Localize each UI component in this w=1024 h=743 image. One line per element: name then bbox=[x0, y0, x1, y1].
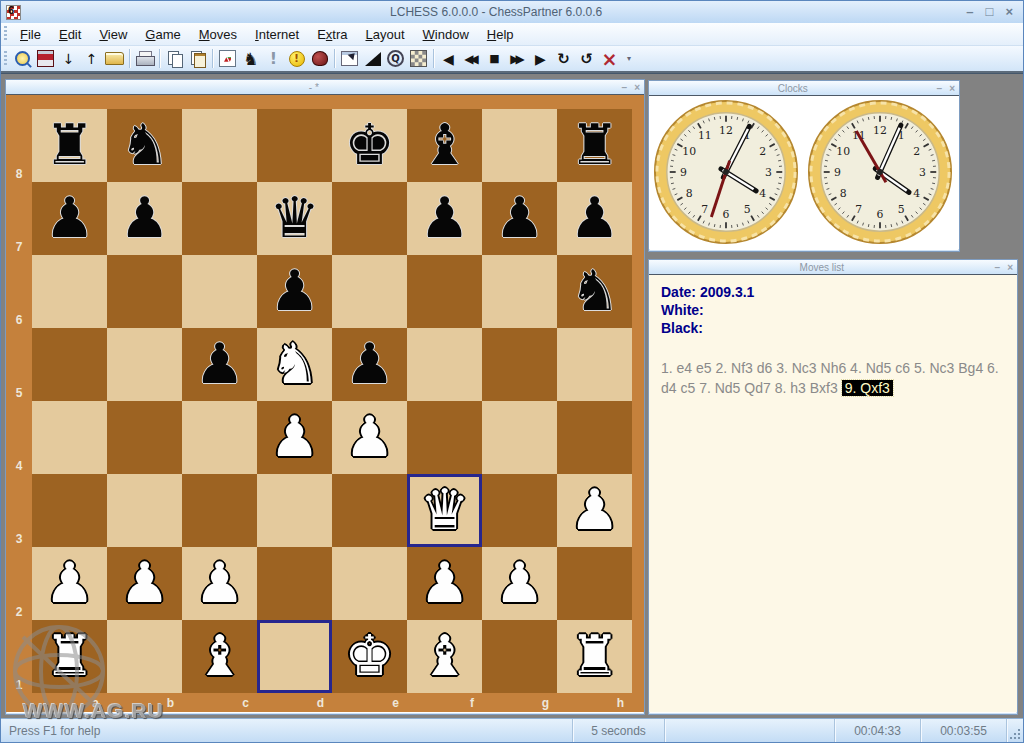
square-f6[interactable] bbox=[407, 255, 482, 328]
square-g1[interactable] bbox=[482, 620, 557, 693]
square-a6[interactable] bbox=[32, 255, 107, 328]
file-label-c: c bbox=[182, 693, 257, 712]
square-b5[interactable] bbox=[107, 328, 182, 401]
svg-text:5: 5 bbox=[898, 203, 905, 216]
clock-black: 123456789101112 bbox=[806, 98, 954, 246]
black-king[interactable]: ♚ bbox=[332, 109, 407, 180]
white-pawn[interactable]: ♟ bbox=[257, 401, 332, 472]
black-queen[interactable]: ♛ bbox=[257, 182, 332, 253]
rank-label-4: 4 bbox=[6, 401, 32, 474]
square-h5[interactable] bbox=[557, 328, 632, 401]
square-f2[interactable]: ♟ bbox=[407, 547, 482, 620]
clocks-title: Clocks bbox=[649, 83, 937, 94]
square-a3[interactable] bbox=[32, 474, 107, 547]
moves-list-body: Date: 2009.3.1 White: Black: 1. e4 e5 2.… bbox=[649, 275, 1017, 712]
board-pattern-icon[interactable] bbox=[407, 47, 430, 70]
clocks-window: Clocks – × 12345678910111212345678910111… bbox=[648, 80, 960, 252]
analog-clocks: 123456789101112123456789101112 bbox=[649, 96, 959, 249]
hint-icon[interactable]: ! bbox=[285, 47, 308, 70]
black-pawn[interactable]: ♟ bbox=[482, 182, 557, 253]
square-b7[interactable]: ♟ bbox=[107, 182, 182, 255]
close-button[interactable]: × bbox=[1005, 5, 1013, 19]
square-b3[interactable] bbox=[107, 474, 182, 547]
setup-board-icon[interactable] bbox=[216, 47, 239, 70]
menu-layout[interactable]: Layout bbox=[357, 24, 414, 45]
square-d7[interactable]: ♛ bbox=[257, 182, 332, 255]
square-g5[interactable] bbox=[482, 328, 557, 401]
square-e8[interactable]: ♚ bbox=[332, 109, 407, 182]
white-bishop[interactable]: ♝ bbox=[182, 620, 257, 691]
square-d2[interactable] bbox=[257, 547, 332, 620]
file-label-d: d bbox=[257, 693, 332, 712]
board-close-button[interactable]: × bbox=[634, 82, 640, 93]
svg-text:7: 7 bbox=[701, 203, 708, 216]
svg-text:3: 3 bbox=[919, 166, 926, 179]
square-c2[interactable]: ♟ bbox=[182, 547, 257, 620]
menu-window[interactable]: Window bbox=[414, 24, 478, 45]
square-b2[interactable]: ♟ bbox=[107, 547, 182, 620]
square-h6[interactable]: ♞ bbox=[557, 255, 632, 328]
square-b6[interactable] bbox=[107, 255, 182, 328]
square-c5[interactable]: ♟ bbox=[182, 328, 257, 401]
svg-text:9: 9 bbox=[680, 166, 687, 179]
clocks-titlebar: Clocks – × bbox=[649, 81, 959, 96]
window-title: LCHESS 6.0.0.0 - ChessPartner 6.0.0.6 bbox=[26, 5, 966, 19]
square-d5[interactable]: ♞ bbox=[257, 328, 332, 401]
minimize-button[interactable]: – bbox=[966, 5, 973, 19]
force-move-icon[interactable]: ! bbox=[262, 47, 285, 70]
file-label-b: b bbox=[107, 693, 182, 712]
square-e3[interactable] bbox=[332, 474, 407, 547]
square-g2[interactable]: ♟ bbox=[482, 547, 557, 620]
white-pawn[interactable]: ♟ bbox=[332, 401, 407, 472]
square-e4[interactable]: ♟ bbox=[332, 401, 407, 474]
moves-minimize-button[interactable]: – bbox=[995, 262, 1001, 273]
white-pawn[interactable]: ♟ bbox=[107, 547, 182, 618]
square-c4[interactable] bbox=[182, 401, 257, 474]
board-window-titlebar: - * – × bbox=[6, 80, 644, 95]
square-h7[interactable]: ♟ bbox=[557, 182, 632, 255]
black-pawn[interactable]: ♟ bbox=[332, 328, 407, 399]
copy-icon[interactable] bbox=[163, 47, 186, 70]
black-bishop[interactable]: ♝ bbox=[407, 109, 482, 180]
rank-label-7: 7 bbox=[6, 182, 32, 255]
rank-label-1: 1 bbox=[6, 620, 32, 693]
square-g7[interactable]: ♟ bbox=[482, 182, 557, 255]
status-spacer bbox=[665, 719, 835, 742]
square-f8[interactable]: ♝ bbox=[407, 109, 482, 182]
square-a7[interactable]: ♟ bbox=[32, 182, 107, 255]
chess-board: ♜♞♚♝♜♟♟♛♟♟♟♟♞♟♞♟♟♟♛♟♟♟♟♟♟♜♝♚♝♜ bbox=[32, 109, 632, 693]
search-icon[interactable] bbox=[11, 47, 34, 70]
svg-text:2: 2 bbox=[913, 145, 920, 158]
app-window: 6 LCHESS 6.0.0.0 - ChessPartner 6.0.0.6 … bbox=[0, 0, 1024, 743]
title-bar: 6 LCHESS 6.0.0.0 - ChessPartner 6.0.0.6 … bbox=[1, 1, 1023, 23]
toolbar: ↓↑♞!!Q◀◀◀■▶▶▶↻↺× ▾ bbox=[1, 46, 1023, 73]
status-time-control: 5 seconds bbox=[573, 719, 665, 742]
square-d4[interactable]: ♟ bbox=[257, 401, 332, 474]
square-c8[interactable] bbox=[182, 109, 257, 182]
moves-titlebar: Moves list – × bbox=[649, 260, 1017, 275]
board-frame: 87654321 ♜♞♚♝♜♟♟♛♟♟♟♟♞♟♞♟♟♟♛♟♟♟♟♟♟♜♝♚♝♜ … bbox=[6, 95, 644, 712]
menu-file[interactable]: File bbox=[11, 24, 50, 45]
black-pawn[interactable]: ♟ bbox=[557, 182, 632, 253]
menu-internet[interactable]: Internet bbox=[246, 24, 308, 45]
delete-icon[interactable]: × bbox=[598, 47, 621, 70]
square-d8[interactable] bbox=[257, 109, 332, 182]
move-down-icon[interactable]: ↓ bbox=[57, 47, 80, 70]
square-c1[interactable]: ♝ bbox=[182, 620, 257, 693]
square-e7[interactable] bbox=[332, 182, 407, 255]
rank-label-6: 6 bbox=[6, 255, 32, 328]
status-white-time: 00:04:33 bbox=[835, 719, 921, 742]
square-e6[interactable] bbox=[332, 255, 407, 328]
rank-label-2: 2 bbox=[6, 547, 32, 620]
svg-text:3: 3 bbox=[765, 166, 772, 179]
toolbar-separator bbox=[334, 49, 335, 68]
black-rook[interactable]: ♜ bbox=[557, 109, 632, 180]
black-pawn[interactable]: ♟ bbox=[32, 182, 107, 253]
black-player: Black: bbox=[661, 319, 1005, 337]
fast-forward-icon[interactable]: ▶▶ bbox=[506, 47, 529, 70]
white-pawn[interactable]: ♟ bbox=[557, 474, 632, 545]
white-rook[interactable]: ♜ bbox=[32, 620, 107, 691]
svg-text:9: 9 bbox=[834, 166, 841, 179]
game-date: Date: 2009.3.1 bbox=[661, 283, 1005, 301]
white-pawn[interactable]: ♟ bbox=[182, 547, 257, 618]
toolbar-separator bbox=[129, 49, 130, 68]
moves-prefix: 1. e4 e5 2. Nf3 d6 3. Nc3 Nh6 4. Nd5 c6 … bbox=[661, 360, 999, 396]
stop-icon[interactable]: ■ bbox=[483, 47, 506, 70]
black-knight[interactable]: ♞ bbox=[557, 255, 632, 326]
board-minimize-button[interactable]: – bbox=[622, 82, 628, 93]
app-icon: 6 bbox=[6, 5, 21, 20]
toolbar-separator bbox=[433, 49, 434, 68]
svg-text:7: 7 bbox=[855, 203, 862, 216]
file-label-a: a bbox=[32, 693, 107, 712]
menu-extra[interactable]: Extra bbox=[308, 24, 356, 45]
step-back-icon[interactable]: ◀ bbox=[437, 47, 460, 70]
black-knight[interactable]: ♞ bbox=[107, 109, 182, 180]
toolbar-overflow-button[interactable]: ▾ bbox=[623, 49, 635, 69]
menu-moves[interactable]: Moves bbox=[190, 24, 246, 45]
moves-text: 1. e4 e5 2. Nf3 d6 3. Nc3 Nh6 4. Nd5 c6 … bbox=[661, 358, 1005, 399]
black-pawn[interactable]: ♟ bbox=[182, 328, 257, 399]
toolbar-separator bbox=[212, 49, 213, 68]
square-g8[interactable] bbox=[482, 109, 557, 182]
step-forward-icon[interactable]: ▶ bbox=[529, 47, 552, 70]
resize-grip[interactable] bbox=[1007, 719, 1023, 742]
rotate-cw-icon[interactable]: ↻ bbox=[552, 47, 575, 70]
clock-white: 123456789101112 bbox=[652, 98, 800, 246]
square-f4[interactable] bbox=[407, 401, 482, 474]
status-black-time: 00:03:55 bbox=[921, 719, 1007, 742]
svg-text:6: 6 bbox=[877, 208, 884, 221]
svg-text:10: 10 bbox=[682, 145, 696, 158]
svg-text:6: 6 bbox=[723, 208, 730, 221]
square-g4[interactable] bbox=[482, 401, 557, 474]
square-h1[interactable]: ♜ bbox=[557, 620, 632, 693]
save-icon[interactable] bbox=[34, 47, 57, 70]
square-f3[interactable]: ♛ bbox=[407, 474, 482, 547]
status-help: Press F1 for help bbox=[1, 719, 573, 742]
square-a8[interactable]: ♜ bbox=[32, 109, 107, 182]
white-knight[interactable]: ♞ bbox=[257, 328, 332, 399]
black-pawn[interactable]: ♟ bbox=[407, 182, 482, 253]
square-b4[interactable] bbox=[107, 401, 182, 474]
file-label-g: g bbox=[482, 693, 557, 712]
white-rook[interactable]: ♜ bbox=[557, 620, 632, 691]
svg-text:5: 5 bbox=[744, 203, 751, 216]
toolbar-separator bbox=[159, 49, 160, 68]
square-e2[interactable] bbox=[332, 547, 407, 620]
svg-text:11: 11 bbox=[698, 129, 712, 142]
svg-text:8: 8 bbox=[686, 187, 693, 200]
white-queen[interactable]: ♛ bbox=[407, 474, 482, 545]
file-label-h: h bbox=[557, 693, 632, 712]
square-f5[interactable] bbox=[407, 328, 482, 401]
maximize-button[interactable]: □ bbox=[986, 5, 994, 19]
white-pawn[interactable]: ♟ bbox=[407, 547, 482, 618]
rank-labels: 87654321 bbox=[6, 109, 32, 693]
square-a4[interactable] bbox=[32, 401, 107, 474]
square-g6[interactable] bbox=[482, 255, 557, 328]
engine-icon[interactable] bbox=[308, 47, 331, 70]
svg-text:4: 4 bbox=[913, 187, 920, 200]
svg-text:4: 4 bbox=[759, 187, 766, 200]
fast-back-icon[interactable]: ◀◀ bbox=[460, 47, 483, 70]
black-rook[interactable]: ♜ bbox=[32, 109, 107, 180]
menu-bar: FileEditViewGameMovesInternetExtraLayout… bbox=[1, 23, 1023, 46]
square-h8[interactable]: ♜ bbox=[557, 109, 632, 182]
square-d1[interactable] bbox=[257, 620, 332, 693]
svg-text:10: 10 bbox=[836, 145, 850, 158]
svg-text:12: 12 bbox=[719, 124, 733, 137]
properties-icon[interactable] bbox=[338, 47, 361, 70]
print-icon[interactable] bbox=[133, 47, 156, 70]
menu-help[interactable]: Help bbox=[478, 24, 523, 45]
square-d6[interactable]: ♟ bbox=[257, 255, 332, 328]
paste-icon[interactable] bbox=[186, 47, 209, 70]
white-player: White: bbox=[661, 301, 1005, 319]
clocks-minimize-button[interactable]: – bbox=[937, 83, 943, 94]
rank-label-3: 3 bbox=[6, 474, 32, 547]
current-move[interactable]: 9. Qxf3 bbox=[842, 380, 893, 396]
file-label-e: e bbox=[332, 693, 407, 712]
white-pawn[interactable]: ♟ bbox=[32, 547, 107, 618]
status-bar: Press F1 for help 5 seconds 00:04:33 00:… bbox=[1, 718, 1023, 742]
svg-text:2: 2 bbox=[759, 145, 766, 158]
square-c6[interactable] bbox=[182, 255, 257, 328]
board-window-title: - * bbox=[6, 82, 622, 93]
square-a2[interactable]: ♟ bbox=[32, 547, 107, 620]
moves-list-window: Moves list – × Date: 2009.3.1 White: Bla… bbox=[648, 259, 1018, 715]
menu-view[interactable]: View bbox=[90, 24, 136, 45]
toolbar-grip bbox=[4, 51, 7, 67]
black-pawn[interactable]: ♟ bbox=[257, 255, 332, 326]
mdi-workspace: - * – × 87654321 ♜♞♚♝♜♟♟♛♟♟♟♟♞♟♞♟♟♟♛♟♟♟♟… bbox=[1, 73, 1023, 718]
square-b1[interactable] bbox=[107, 620, 182, 693]
square-e1[interactable]: ♚ bbox=[332, 620, 407, 693]
black-pawn[interactable]: ♟ bbox=[107, 182, 182, 253]
rotate-ccw-icon[interactable]: ↺ bbox=[575, 47, 598, 70]
square-c3[interactable] bbox=[182, 474, 257, 547]
square-a1[interactable]: ♜ bbox=[32, 620, 107, 693]
square-g3[interactable] bbox=[482, 474, 557, 547]
square-h2[interactable] bbox=[557, 547, 632, 620]
file-label-f: f bbox=[407, 693, 482, 712]
analyze-icon[interactable]: Q bbox=[384, 47, 407, 70]
white-bishop[interactable]: ♝ bbox=[407, 620, 482, 691]
square-h4[interactable] bbox=[557, 401, 632, 474]
rank-label-5: 5 bbox=[6, 328, 32, 401]
board-window: - * – × 87654321 ♜♞♚♝♜♟♟♛♟♟♟♟♞♟♞♟♟♟♛♟♟♟♟… bbox=[5, 79, 645, 715]
square-d3[interactable] bbox=[257, 474, 332, 547]
edit-knight-icon[interactable]: ♞ bbox=[239, 47, 262, 70]
square-a5[interactable] bbox=[32, 328, 107, 401]
move-up-icon[interactable]: ↑ bbox=[80, 47, 103, 70]
square-f7[interactable]: ♟ bbox=[407, 182, 482, 255]
svg-text:12: 12 bbox=[873, 124, 887, 137]
svg-text:8: 8 bbox=[840, 187, 847, 200]
white-king[interactable]: ♚ bbox=[332, 620, 407, 691]
menu-grip bbox=[4, 26, 7, 42]
level-icon[interactable] bbox=[361, 47, 384, 70]
rank-label-8: 8 bbox=[6, 109, 32, 182]
square-c7[interactable] bbox=[182, 182, 257, 255]
square-f1[interactable]: ♝ bbox=[407, 620, 482, 693]
square-b8[interactable]: ♞ bbox=[107, 109, 182, 182]
moves-title: Moves list bbox=[649, 262, 995, 273]
menu-game[interactable]: Game bbox=[136, 24, 189, 45]
square-h3[interactable]: ♟ bbox=[557, 474, 632, 547]
square-e5[interactable]: ♟ bbox=[332, 328, 407, 401]
clocks-close-button[interactable]: × bbox=[949, 83, 955, 94]
white-pawn[interactable]: ♟ bbox=[482, 547, 557, 618]
moves-close-button[interactable]: × bbox=[1007, 262, 1013, 273]
menu-edit[interactable]: Edit bbox=[50, 24, 90, 45]
open-icon[interactable] bbox=[103, 47, 126, 70]
file-labels: abcdefgh bbox=[32, 693, 632, 712]
